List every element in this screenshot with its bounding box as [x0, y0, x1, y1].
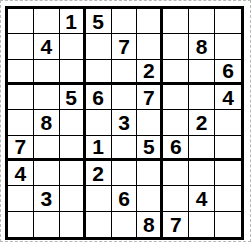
cell-r5c8[interactable]: 2	[189, 110, 215, 135]
cell-r8c7[interactable]	[163, 186, 189, 211]
cell-r9c6[interactable]: 8	[137, 212, 163, 237]
cell-r7c2[interactable]	[34, 161, 60, 186]
cell-r4c6[interactable]: 7	[137, 85, 163, 110]
cell-r8c9[interactable]	[215, 186, 241, 211]
cell-r9c3[interactable]	[60, 212, 86, 237]
cell-r7c6[interactable]	[137, 161, 163, 186]
cell-r9c1[interactable]	[8, 212, 34, 237]
cell-r4c9[interactable]: 4	[215, 85, 241, 110]
cell-r7c3[interactable]	[60, 161, 86, 186]
cell-r6c2[interactable]	[34, 136, 60, 161]
cell-r9c9[interactable]	[215, 212, 241, 237]
cell-r8c3[interactable]	[60, 186, 86, 211]
cell-r5c9[interactable]	[215, 110, 241, 135]
cell-r1c9[interactable]	[215, 9, 241, 34]
cell-r4c5[interactable]	[112, 85, 138, 110]
cell-r2c6[interactable]	[137, 34, 163, 59]
cell-r3c9[interactable]: 6	[215, 60, 241, 85]
cell-r3c8[interactable]	[189, 60, 215, 85]
cell-r4c8[interactable]	[189, 85, 215, 110]
sudoku-board: 1547826567483271564236487	[5, 6, 244, 240]
cell-r6c5[interactable]	[112, 136, 138, 161]
cell-r3c1[interactable]	[8, 60, 34, 85]
cell-r1c4[interactable]: 5	[86, 9, 112, 34]
cell-r7c7[interactable]	[163, 161, 189, 186]
cell-r5c7[interactable]	[163, 110, 189, 135]
cell-r3c6[interactable]: 2	[137, 60, 163, 85]
cell-r2c1[interactable]	[8, 34, 34, 59]
cell-r2c9[interactable]	[215, 34, 241, 59]
cell-r1c7[interactable]	[163, 9, 189, 34]
cell-r8c8[interactable]: 4	[189, 186, 215, 211]
cell-r3c4[interactable]	[86, 60, 112, 85]
cell-r6c1[interactable]: 7	[8, 136, 34, 161]
cell-r7c4[interactable]: 2	[86, 161, 112, 186]
cell-r6c4[interactable]: 1	[86, 136, 112, 161]
cell-r8c5[interactable]: 6	[112, 186, 138, 211]
cell-r4c3[interactable]: 5	[60, 85, 86, 110]
cell-r6c3[interactable]	[60, 136, 86, 161]
cell-r8c2[interactable]: 3	[34, 186, 60, 211]
cell-r1c3[interactable]: 1	[60, 9, 86, 34]
cell-r2c2[interactable]: 4	[34, 34, 60, 59]
cell-r6c8[interactable]	[189, 136, 215, 161]
cell-r1c2[interactable]	[34, 9, 60, 34]
cell-r7c1[interactable]: 4	[8, 161, 34, 186]
cell-r8c1[interactable]	[8, 186, 34, 211]
cell-r3c2[interactable]	[34, 60, 60, 85]
cell-r1c5[interactable]	[112, 9, 138, 34]
cell-r2c7[interactable]	[163, 34, 189, 59]
cell-r9c5[interactable]	[112, 212, 138, 237]
cell-r3c3[interactable]	[60, 60, 86, 85]
cell-r5c4[interactable]	[86, 110, 112, 135]
cell-r4c4[interactable]: 6	[86, 85, 112, 110]
cell-r7c5[interactable]	[112, 161, 138, 186]
cell-r8c6[interactable]	[137, 186, 163, 211]
cell-r1c1[interactable]	[8, 9, 34, 34]
cell-r7c8[interactable]	[189, 161, 215, 186]
cell-r4c1[interactable]	[8, 85, 34, 110]
cell-r1c8[interactable]	[189, 9, 215, 34]
cell-r5c6[interactable]	[137, 110, 163, 135]
cell-r5c5[interactable]: 3	[112, 110, 138, 135]
cell-r3c7[interactable]	[163, 60, 189, 85]
cell-r8c4[interactable]	[86, 186, 112, 211]
cell-r9c8[interactable]	[189, 212, 215, 237]
cell-r2c4[interactable]	[86, 34, 112, 59]
cell-r4c7[interactable]	[163, 85, 189, 110]
cell-r6c7[interactable]: 6	[163, 136, 189, 161]
cell-r1c6[interactable]	[137, 9, 163, 34]
cell-r3c5[interactable]	[112, 60, 138, 85]
cell-r6c6[interactable]: 5	[137, 136, 163, 161]
cell-r5c3[interactable]	[60, 110, 86, 135]
cell-r9c4[interactable]	[86, 212, 112, 237]
cell-r9c2[interactable]	[34, 212, 60, 237]
cell-r6c9[interactable]	[215, 136, 241, 161]
cell-r5c1[interactable]	[8, 110, 34, 135]
page: 1547826567483271564236487	[0, 0, 251, 242]
cell-r9c7[interactable]: 7	[163, 212, 189, 237]
cell-r5c2[interactable]: 8	[34, 110, 60, 135]
cell-r2c8[interactable]: 8	[189, 34, 215, 59]
cell-r4c2[interactable]	[34, 85, 60, 110]
cell-r2c5[interactable]: 7	[112, 34, 138, 59]
cell-r2c3[interactable]	[60, 34, 86, 59]
cell-r7c9[interactable]	[215, 161, 241, 186]
